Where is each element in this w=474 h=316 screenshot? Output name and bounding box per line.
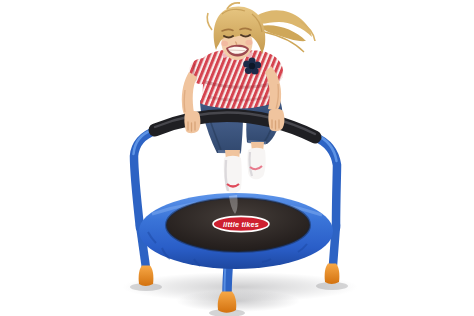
trampoline-foot-right (325, 264, 340, 284)
photo-canvas: little tikes (0, 0, 474, 316)
trampoline-foot-front (218, 292, 237, 313)
trampoline: little tikes (139, 193, 333, 269)
trampoline-leg-right (333, 225, 336, 265)
child-sock-left (224, 156, 242, 194)
trampoline-foot-left (139, 266, 154, 286)
child-hand-right (268, 109, 284, 132)
child-sock-right (247, 148, 265, 180)
child-figure (182, 3, 315, 193)
child-hand-left (184, 111, 200, 134)
brand-logo: little tikes (213, 216, 269, 231)
brand-logo-text: little tikes (223, 220, 259, 229)
product-photo: little tikes (0, 0, 474, 316)
ground-shadow (122, 272, 358, 316)
